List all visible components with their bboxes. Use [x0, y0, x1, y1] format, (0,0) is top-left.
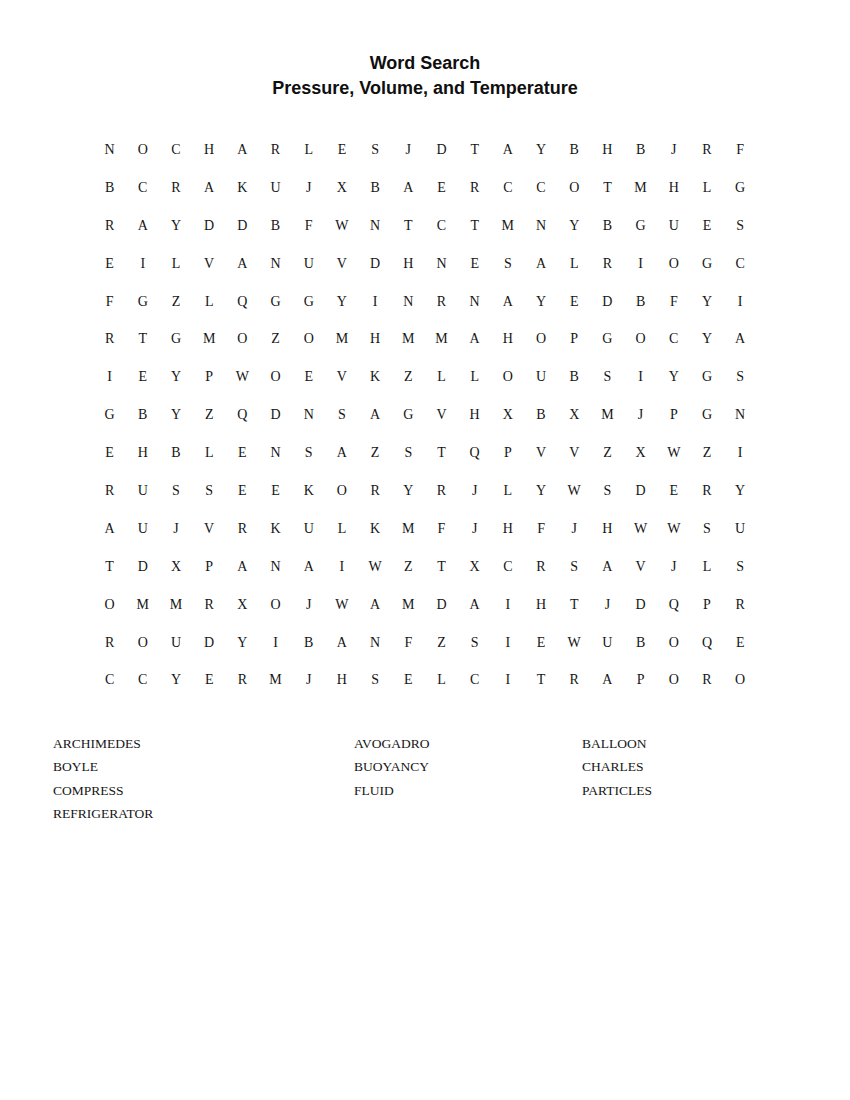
- grid-cell[interactable]: Y: [524, 131, 557, 169]
- grid-cell[interactable]: F: [724, 131, 757, 169]
- grid-cell[interactable]: A: [458, 586, 491, 624]
- grid-cell[interactable]: M: [325, 320, 358, 358]
- grid-cell[interactable]: A: [226, 131, 259, 169]
- grid-cell[interactable]: L: [159, 245, 192, 283]
- grid-cell[interactable]: S: [159, 472, 192, 510]
- grid-cell[interactable]: N: [524, 207, 557, 245]
- grid-cell[interactable]: C: [126, 169, 159, 207]
- grid-cell[interactable]: D: [193, 207, 226, 245]
- grid-cell[interactable]: Q: [226, 283, 259, 321]
- grid-cell[interactable]: O: [325, 472, 358, 510]
- grid-cell[interactable]: D: [624, 472, 657, 510]
- grid-cell[interactable]: O: [657, 624, 690, 662]
- grid-cell[interactable]: S: [325, 396, 358, 434]
- grid-cell[interactable]: C: [425, 207, 458, 245]
- grid-cell[interactable]: E: [524, 624, 557, 662]
- grid-cell[interactable]: O: [724, 661, 757, 699]
- grid-cell[interactable]: R: [226, 661, 259, 699]
- grid-cell[interactable]: Y: [159, 207, 192, 245]
- grid-cell[interactable]: K: [359, 358, 392, 396]
- grid-cell[interactable]: I: [126, 245, 159, 283]
- grid-cell[interactable]: S: [359, 661, 392, 699]
- grid-cell[interactable]: G: [159, 320, 192, 358]
- grid-cell[interactable]: N: [259, 434, 292, 472]
- grid-cell[interactable]: J: [292, 586, 325, 624]
- grid-cell[interactable]: A: [524, 245, 557, 283]
- grid-cell[interactable]: L: [425, 358, 458, 396]
- grid-cell[interactable]: H: [392, 245, 425, 283]
- grid-cell[interactable]: S: [458, 624, 491, 662]
- grid-cell[interactable]: H: [359, 320, 392, 358]
- grid-cell[interactable]: M: [624, 169, 657, 207]
- grid-cell[interactable]: E: [724, 624, 757, 662]
- grid-cell[interactable]: O: [126, 624, 159, 662]
- grid-cell[interactable]: P: [690, 586, 723, 624]
- grid-cell[interactable]: L: [558, 245, 591, 283]
- grid-cell[interactable]: I: [491, 586, 524, 624]
- grid-cell[interactable]: F: [292, 207, 325, 245]
- grid-cell[interactable]: R: [359, 472, 392, 510]
- grid-cell[interactable]: V: [193, 245, 226, 283]
- grid-cell[interactable]: L: [193, 283, 226, 321]
- grid-cell[interactable]: B: [359, 169, 392, 207]
- grid-cell[interactable]: C: [724, 245, 757, 283]
- grid-cell[interactable]: F: [657, 283, 690, 321]
- grid-cell[interactable]: S: [292, 434, 325, 472]
- grid-cell[interactable]: Q: [226, 396, 259, 434]
- grid-cell[interactable]: J: [292, 169, 325, 207]
- grid-cell[interactable]: B: [159, 434, 192, 472]
- grid-cell[interactable]: I: [93, 358, 126, 396]
- grid-cell[interactable]: G: [392, 396, 425, 434]
- grid-cell[interactable]: G: [690, 396, 723, 434]
- grid-cell[interactable]: E: [392, 661, 425, 699]
- grid-cell[interactable]: P: [558, 320, 591, 358]
- grid-cell[interactable]: E: [325, 131, 358, 169]
- grid-cell[interactable]: U: [724, 510, 757, 548]
- grid-cell[interactable]: L: [458, 358, 491, 396]
- grid-cell[interactable]: E: [292, 358, 325, 396]
- grid-cell[interactable]: S: [591, 472, 624, 510]
- grid-cell[interactable]: N: [259, 245, 292, 283]
- grid-cell[interactable]: M: [159, 586, 192, 624]
- grid-cell[interactable]: Y: [392, 472, 425, 510]
- grid-cell[interactable]: U: [292, 245, 325, 283]
- grid-cell[interactable]: N: [93, 131, 126, 169]
- grid-cell[interactable]: V: [524, 434, 557, 472]
- grid-cell[interactable]: R: [226, 510, 259, 548]
- grid-cell[interactable]: G: [624, 207, 657, 245]
- grid-cell[interactable]: P: [624, 661, 657, 699]
- grid-cell[interactable]: V: [624, 548, 657, 586]
- grid-cell[interactable]: Z: [392, 358, 425, 396]
- grid-cell[interactable]: B: [558, 131, 591, 169]
- grid-cell[interactable]: C: [491, 169, 524, 207]
- grid-cell[interactable]: Y: [159, 396, 192, 434]
- grid-cell[interactable]: E: [657, 472, 690, 510]
- grid-cell[interactable]: V: [325, 245, 358, 283]
- grid-cell[interactable]: X: [226, 586, 259, 624]
- grid-cell[interactable]: Y: [159, 661, 192, 699]
- grid-cell[interactable]: N: [259, 548, 292, 586]
- grid-cell[interactable]: A: [93, 510, 126, 548]
- grid-cell[interactable]: M: [392, 510, 425, 548]
- grid-cell[interactable]: C: [93, 661, 126, 699]
- grid-cell[interactable]: G: [690, 358, 723, 396]
- grid-cell[interactable]: R: [259, 131, 292, 169]
- grid-cell[interactable]: T: [425, 434, 458, 472]
- grid-cell[interactable]: O: [657, 245, 690, 283]
- grid-cell[interactable]: O: [558, 169, 591, 207]
- grid-cell[interactable]: L: [292, 131, 325, 169]
- grid-cell[interactable]: O: [93, 586, 126, 624]
- grid-cell[interactable]: D: [425, 586, 458, 624]
- grid-cell[interactable]: B: [524, 396, 557, 434]
- grid-cell[interactable]: T: [558, 586, 591, 624]
- grid-cell[interactable]: H: [524, 586, 557, 624]
- grid-cell[interactable]: C: [524, 169, 557, 207]
- grid-cell[interactable]: F: [93, 283, 126, 321]
- grid-cell[interactable]: I: [491, 661, 524, 699]
- grid-cell[interactable]: J: [159, 510, 192, 548]
- grid-cell[interactable]: V: [558, 434, 591, 472]
- grid-cell[interactable]: Y: [657, 358, 690, 396]
- grid-cell[interactable]: R: [93, 624, 126, 662]
- grid-cell[interactable]: L: [193, 434, 226, 472]
- grid-cell[interactable]: T: [524, 661, 557, 699]
- grid-cell[interactable]: T: [93, 548, 126, 586]
- grid-cell[interactable]: A: [591, 661, 624, 699]
- grid-cell[interactable]: O: [624, 320, 657, 358]
- grid-cell[interactable]: N: [292, 396, 325, 434]
- grid-cell[interactable]: Z: [690, 434, 723, 472]
- grid-cell[interactable]: H: [458, 396, 491, 434]
- grid-cell[interactable]: D: [591, 283, 624, 321]
- grid-cell[interactable]: S: [491, 245, 524, 283]
- grid-cell[interactable]: H: [491, 510, 524, 548]
- grid-cell[interactable]: K: [292, 472, 325, 510]
- grid-cell[interactable]: W: [558, 472, 591, 510]
- grid-cell[interactable]: P: [193, 358, 226, 396]
- grid-cell[interactable]: J: [458, 472, 491, 510]
- grid-cell[interactable]: M: [259, 661, 292, 699]
- grid-cell[interactable]: I: [491, 624, 524, 662]
- grid-cell[interactable]: Q: [458, 434, 491, 472]
- grid-cell[interactable]: Z: [359, 434, 392, 472]
- grid-cell[interactable]: D: [425, 131, 458, 169]
- grid-cell[interactable]: C: [126, 661, 159, 699]
- grid-cell[interactable]: C: [657, 320, 690, 358]
- grid-cell[interactable]: S: [724, 548, 757, 586]
- grid-cell[interactable]: P: [657, 396, 690, 434]
- grid-cell[interactable]: S: [359, 131, 392, 169]
- grid-cell[interactable]: I: [624, 245, 657, 283]
- grid-cell[interactable]: M: [491, 207, 524, 245]
- grid-cell[interactable]: Q: [657, 586, 690, 624]
- grid-cell[interactable]: A: [491, 283, 524, 321]
- grid-cell[interactable]: T: [591, 169, 624, 207]
- grid-cell[interactable]: G: [93, 396, 126, 434]
- grid-cell[interactable]: V: [193, 510, 226, 548]
- grid-cell[interactable]: B: [591, 207, 624, 245]
- grid-cell[interactable]: E: [93, 434, 126, 472]
- grid-cell[interactable]: E: [458, 245, 491, 283]
- grid-cell[interactable]: Z: [193, 396, 226, 434]
- grid-cell[interactable]: S: [724, 207, 757, 245]
- grid-cell[interactable]: G: [259, 283, 292, 321]
- grid-cell[interactable]: Y: [159, 358, 192, 396]
- grid-cell[interactable]: A: [126, 207, 159, 245]
- grid-cell[interactable]: W: [657, 510, 690, 548]
- grid-cell[interactable]: H: [325, 661, 358, 699]
- grid-cell[interactable]: M: [591, 396, 624, 434]
- grid-cell[interactable]: N: [724, 396, 757, 434]
- grid-cell[interactable]: B: [624, 624, 657, 662]
- grid-cell[interactable]: R: [93, 472, 126, 510]
- grid-cell[interactable]: L: [491, 472, 524, 510]
- grid-cell[interactable]: B: [259, 207, 292, 245]
- grid-cell[interactable]: Y: [558, 207, 591, 245]
- grid-cell[interactable]: J: [558, 510, 591, 548]
- grid-cell[interactable]: W: [226, 358, 259, 396]
- grid-cell[interactable]: E: [690, 207, 723, 245]
- grid-cell[interactable]: Y: [690, 320, 723, 358]
- grid-cell[interactable]: F: [392, 624, 425, 662]
- grid-cell[interactable]: X: [458, 548, 491, 586]
- grid-cell[interactable]: I: [359, 283, 392, 321]
- grid-cell[interactable]: Y: [724, 472, 757, 510]
- grid-cell[interactable]: I: [724, 434, 757, 472]
- grid-cell[interactable]: C: [159, 131, 192, 169]
- grid-cell[interactable]: R: [558, 661, 591, 699]
- grid-cell[interactable]: K: [226, 169, 259, 207]
- grid-cell[interactable]: Y: [325, 283, 358, 321]
- grid-cell[interactable]: T: [458, 131, 491, 169]
- grid-cell[interactable]: S: [724, 358, 757, 396]
- grid-cell[interactable]: S: [558, 548, 591, 586]
- grid-cell[interactable]: T: [425, 548, 458, 586]
- grid-cell[interactable]: B: [126, 396, 159, 434]
- grid-cell[interactable]: N: [359, 624, 392, 662]
- grid-cell[interactable]: R: [458, 169, 491, 207]
- grid-cell[interactable]: U: [259, 169, 292, 207]
- grid-cell[interactable]: D: [259, 396, 292, 434]
- grid-cell[interactable]: B: [624, 131, 657, 169]
- grid-cell[interactable]: U: [159, 624, 192, 662]
- grid-cell[interactable]: M: [126, 586, 159, 624]
- grid-cell[interactable]: H: [126, 434, 159, 472]
- grid-cell[interactable]: R: [524, 548, 557, 586]
- grid-cell[interactable]: A: [392, 169, 425, 207]
- grid-cell[interactable]: E: [259, 472, 292, 510]
- grid-cell[interactable]: W: [325, 207, 358, 245]
- grid-cell[interactable]: M: [425, 320, 458, 358]
- grid-cell[interactable]: L: [690, 548, 723, 586]
- grid-cell[interactable]: B: [292, 624, 325, 662]
- grid-cell[interactable]: G: [724, 169, 757, 207]
- grid-cell[interactable]: V: [425, 396, 458, 434]
- grid-cell[interactable]: H: [491, 320, 524, 358]
- grid-cell[interactable]: C: [491, 548, 524, 586]
- grid-cell[interactable]: O: [226, 320, 259, 358]
- grid-cell[interactable]: R: [193, 586, 226, 624]
- grid-cell[interactable]: J: [657, 548, 690, 586]
- grid-cell[interactable]: W: [624, 510, 657, 548]
- grid-cell[interactable]: A: [226, 548, 259, 586]
- grid-cell[interactable]: J: [591, 586, 624, 624]
- grid-cell[interactable]: H: [657, 169, 690, 207]
- grid-cell[interactable]: N: [425, 245, 458, 283]
- grid-cell[interactable]: X: [325, 169, 358, 207]
- grid-cell[interactable]: T: [458, 207, 491, 245]
- grid-cell[interactable]: A: [292, 548, 325, 586]
- grid-cell[interactable]: R: [591, 245, 624, 283]
- grid-cell[interactable]: I: [624, 358, 657, 396]
- grid-cell[interactable]: O: [524, 320, 557, 358]
- grid-cell[interactable]: O: [657, 661, 690, 699]
- grid-cell[interactable]: E: [425, 169, 458, 207]
- grid-cell[interactable]: R: [159, 169, 192, 207]
- grid-cell[interactable]: T: [126, 320, 159, 358]
- grid-cell[interactable]: J: [458, 510, 491, 548]
- grid-cell[interactable]: M: [193, 320, 226, 358]
- grid-cell[interactable]: E: [226, 472, 259, 510]
- grid-cell[interactable]: R: [93, 207, 126, 245]
- grid-cell[interactable]: U: [126, 510, 159, 548]
- grid-cell[interactable]: G: [126, 283, 159, 321]
- grid-cell[interactable]: N: [392, 283, 425, 321]
- grid-cell[interactable]: W: [325, 586, 358, 624]
- grid-cell[interactable]: E: [558, 283, 591, 321]
- grid-cell[interactable]: R: [724, 586, 757, 624]
- grid-cell[interactable]: X: [558, 396, 591, 434]
- grid-cell[interactable]: A: [359, 396, 392, 434]
- grid-cell[interactable]: H: [193, 131, 226, 169]
- grid-cell[interactable]: W: [558, 624, 591, 662]
- grid-cell[interactable]: R: [425, 283, 458, 321]
- grid-cell[interactable]: A: [724, 320, 757, 358]
- grid-cell[interactable]: R: [93, 320, 126, 358]
- grid-cell[interactable]: I: [259, 624, 292, 662]
- grid-cell[interactable]: C: [458, 661, 491, 699]
- grid-cell[interactable]: G: [292, 283, 325, 321]
- grid-cell[interactable]: D: [226, 207, 259, 245]
- grid-cell[interactable]: A: [591, 548, 624, 586]
- grid-cell[interactable]: B: [93, 169, 126, 207]
- grid-cell[interactable]: H: [591, 131, 624, 169]
- grid-cell[interactable]: A: [226, 245, 259, 283]
- grid-cell[interactable]: X: [491, 396, 524, 434]
- grid-cell[interactable]: B: [624, 283, 657, 321]
- grid-cell[interactable]: G: [591, 320, 624, 358]
- grid-cell[interactable]: L: [325, 510, 358, 548]
- grid-cell[interactable]: S: [193, 472, 226, 510]
- grid-cell[interactable]: Q: [690, 624, 723, 662]
- grid-cell[interactable]: M: [392, 586, 425, 624]
- grid-cell[interactable]: D: [126, 548, 159, 586]
- grid-cell[interactable]: I: [724, 283, 757, 321]
- grid-cell[interactable]: O: [292, 320, 325, 358]
- grid-cell[interactable]: S: [392, 434, 425, 472]
- grid-cell[interactable]: Z: [425, 624, 458, 662]
- grid-cell[interactable]: R: [425, 472, 458, 510]
- grid-cell[interactable]: D: [624, 586, 657, 624]
- grid-cell[interactable]: W: [359, 548, 392, 586]
- grid-cell[interactable]: O: [259, 358, 292, 396]
- grid-cell[interactable]: U: [657, 207, 690, 245]
- grid-cell[interactable]: G: [690, 245, 723, 283]
- grid-cell[interactable]: F: [425, 510, 458, 548]
- grid-cell[interactable]: J: [392, 131, 425, 169]
- grid-cell[interactable]: A: [325, 434, 358, 472]
- grid-cell[interactable]: X: [159, 548, 192, 586]
- grid-cell[interactable]: Z: [159, 283, 192, 321]
- grid-cell[interactable]: R: [690, 472, 723, 510]
- grid-cell[interactable]: A: [458, 320, 491, 358]
- grid-cell[interactable]: E: [126, 358, 159, 396]
- grid-cell[interactable]: E: [226, 434, 259, 472]
- grid-cell[interactable]: V: [325, 358, 358, 396]
- grid-cell[interactable]: O: [126, 131, 159, 169]
- grid-cell[interactable]: P: [491, 434, 524, 472]
- grid-cell[interactable]: J: [292, 661, 325, 699]
- grid-cell[interactable]: L: [425, 661, 458, 699]
- grid-cell[interactable]: R: [690, 661, 723, 699]
- grid-cell[interactable]: B: [558, 358, 591, 396]
- grid-cell[interactable]: A: [325, 624, 358, 662]
- grid-cell[interactable]: K: [259, 510, 292, 548]
- grid-cell[interactable]: U: [591, 624, 624, 662]
- grid-cell[interactable]: W: [657, 434, 690, 472]
- grid-cell[interactable]: I: [325, 548, 358, 586]
- grid-cell[interactable]: A: [193, 169, 226, 207]
- grid-cell[interactable]: E: [93, 245, 126, 283]
- grid-cell[interactable]: X: [624, 434, 657, 472]
- grid-cell[interactable]: P: [193, 548, 226, 586]
- grid-cell[interactable]: O: [491, 358, 524, 396]
- grid-cell[interactable]: E: [193, 661, 226, 699]
- grid-cell[interactable]: R: [690, 131, 723, 169]
- grid-cell[interactable]: Y: [524, 283, 557, 321]
- grid-cell[interactable]: D: [193, 624, 226, 662]
- grid-cell[interactable]: K: [359, 510, 392, 548]
- grid-cell[interactable]: L: [690, 169, 723, 207]
- grid-cell[interactable]: D: [359, 245, 392, 283]
- grid-cell[interactable]: J: [624, 396, 657, 434]
- grid-cell[interactable]: N: [359, 207, 392, 245]
- grid-cell[interactable]: N: [458, 283, 491, 321]
- grid-cell[interactable]: S: [591, 358, 624, 396]
- grid-cell[interactable]: Y: [690, 283, 723, 321]
- grid-cell[interactable]: J: [657, 131, 690, 169]
- grid-cell[interactable]: U: [126, 472, 159, 510]
- grid-cell[interactable]: F: [524, 510, 557, 548]
- grid-cell[interactable]: Z: [591, 434, 624, 472]
- grid-cell[interactable]: S: [690, 510, 723, 548]
- grid-cell[interactable]: U: [524, 358, 557, 396]
- grid-cell[interactable]: Z: [259, 320, 292, 358]
- grid-cell[interactable]: U: [292, 510, 325, 548]
- grid-cell[interactable]: H: [591, 510, 624, 548]
- grid-cell[interactable]: Y: [226, 624, 259, 662]
- grid-cell[interactable]: A: [359, 586, 392, 624]
- grid-cell[interactable]: A: [491, 131, 524, 169]
- grid-cell[interactable]: Z: [392, 548, 425, 586]
- grid-cell[interactable]: T: [392, 207, 425, 245]
- grid-cell[interactable]: Y: [524, 472, 557, 510]
- grid-cell[interactable]: M: [392, 320, 425, 358]
- grid-cell[interactable]: O: [259, 586, 292, 624]
